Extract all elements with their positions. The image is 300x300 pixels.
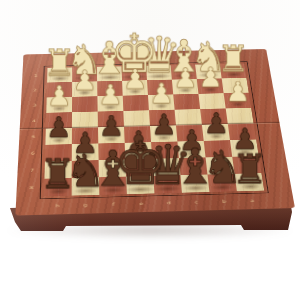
scene: hgfedcba12345678 ♜♞♝♚♛♝♞♜♟︎♟︎♟︎♟︎♟︎♟︎♟︎♟…	[0, 0, 300, 300]
piece-glyph: ♜	[16, 157, 101, 191]
piece-glyph: ♟︎	[20, 85, 99, 108]
piece-glyph: ♟︎	[199, 81, 277, 104]
pieces-layer: ♜♞♝♚♛♝♞♜♟︎♟︎♟︎♟︎♟︎♟︎♟︎♟︎♟︎♟︎♟︎♟︎♟︎♟︎♟︎♟︎…	[15, 49, 295, 216]
chess-board: hgfedcba12345678 ♜♞♝♚♛♝♞♜♟︎♟︎♟︎♟︎♟︎♟︎♟︎♟…	[15, 49, 295, 216]
product-photo: hgfedcba12345678 ♜♞♝♚♛♝♞♜♟︎♟︎♟︎♟︎♟︎♟︎♟︎♟…	[0, 0, 300, 300]
